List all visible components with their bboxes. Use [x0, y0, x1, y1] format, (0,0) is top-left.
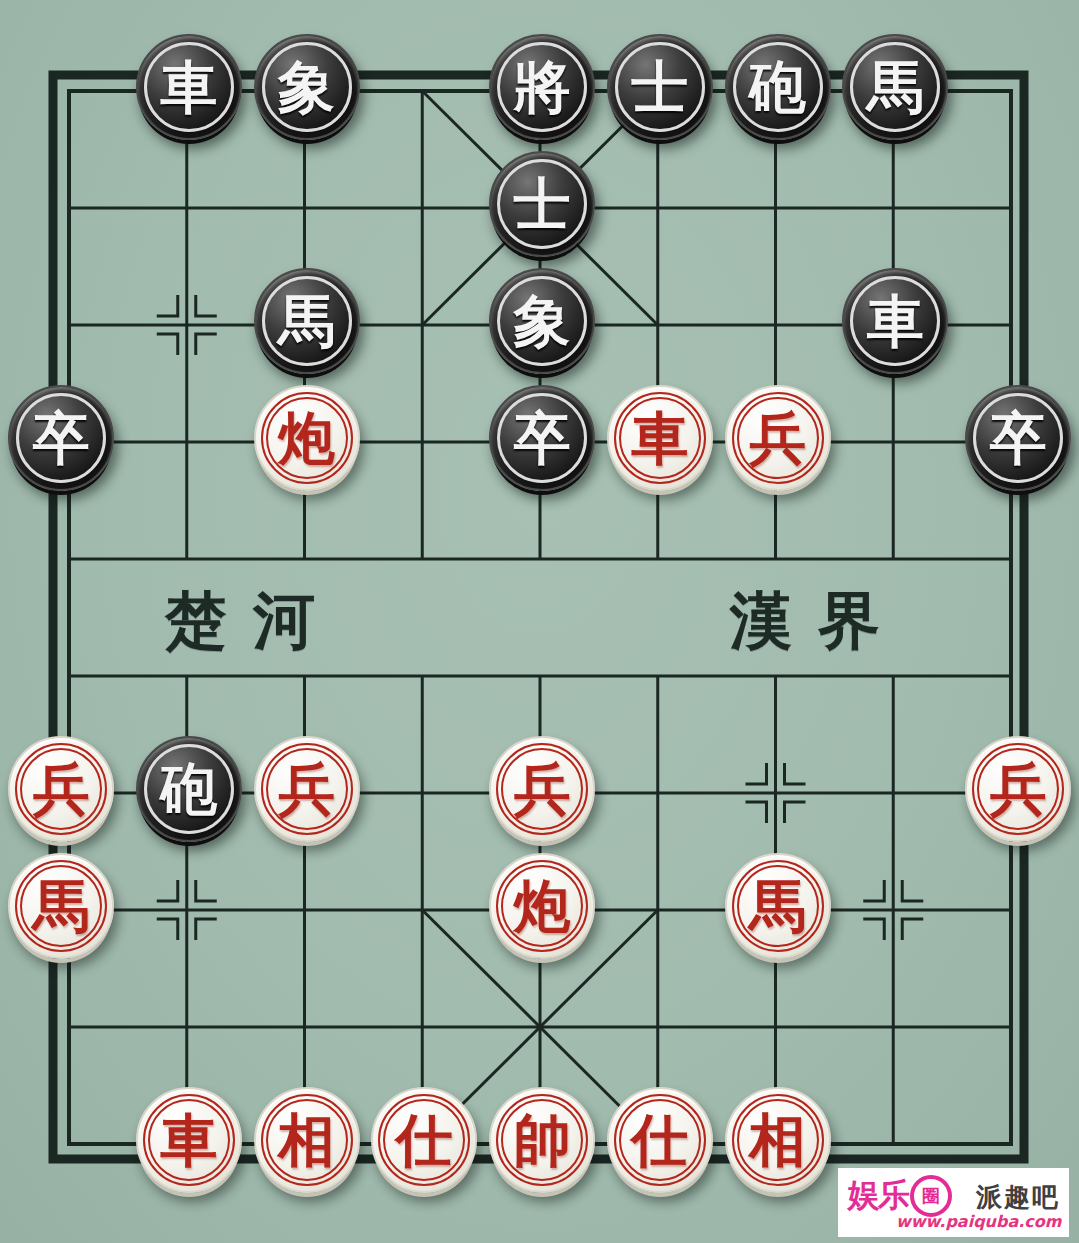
piece-black-horse[interactable]: 馬 [842, 34, 948, 140]
piece-black-advisor[interactable]: 士 [489, 151, 595, 257]
watermark-url: www.paiquba.com [896, 1212, 1061, 1231]
river-label-right: 漢界 [730, 579, 906, 663]
piece-black-soldier[interactable]: 卒 [8, 385, 114, 491]
piece-red-advisor[interactable]: 仕 [607, 1087, 713, 1193]
piece-black-soldier[interactable]: 卒 [489, 385, 595, 491]
piece-red-horse[interactable]: 馬 [8, 853, 114, 959]
piece-black-horse[interactable]: 馬 [254, 268, 360, 374]
piece-red-elephant[interactable]: 相 [725, 1087, 831, 1193]
piece-red-chariot[interactable]: 車 [607, 385, 713, 491]
piece-red-advisor[interactable]: 仕 [371, 1087, 477, 1193]
piece-red-soldier[interactable]: 兵 [8, 736, 114, 842]
piece-red-chariot[interactable]: 車 [136, 1087, 242, 1193]
piece-red-elephant[interactable]: 相 [254, 1087, 360, 1193]
piece-red-soldier[interactable]: 兵 [965, 736, 1071, 842]
piece-red-horse[interactable]: 馬 [725, 853, 831, 959]
piece-red-soldier[interactable]: 兵 [489, 736, 595, 842]
piece-black-chariot[interactable]: 車 [842, 268, 948, 374]
watermark-brand-circle-icon: 圈 [910, 1175, 952, 1217]
piece-black-soldier[interactable]: 卒 [965, 385, 1071, 491]
piece-black-cannon[interactable]: 砲 [725, 34, 831, 140]
piece-red-cannon[interactable]: 炮 [254, 385, 360, 491]
piece-red-general[interactable]: 帥 [489, 1087, 595, 1193]
piece-black-chariot[interactable]: 車 [136, 34, 242, 140]
piece-red-soldier[interactable]: 兵 [254, 736, 360, 842]
river-label-left: 楚河 [165, 579, 341, 663]
piece-red-cannon[interactable]: 炮 [489, 853, 595, 959]
piece-black-general[interactable]: 將 [489, 34, 595, 140]
piece-black-cannon[interactable]: 砲 [136, 736, 242, 842]
watermark-site-name: 派趣吧 [976, 1180, 1060, 1215]
piece-black-advisor[interactable]: 士 [607, 34, 713, 140]
xiangqi-board-screenshot: 楚河 漢界 車象將士砲馬士馬象車卒卒車兵卒炮兵砲兵兵兵馬炮馬車相仕帥仕相 娱乐 … [0, 0, 1079, 1243]
watermark-logo: 娱乐 圈 派趣吧 www.paiquba.com [838, 1168, 1069, 1237]
piece-black-elephant[interactable]: 象 [489, 268, 595, 374]
piece-black-elephant[interactable]: 象 [254, 34, 360, 140]
piece-red-soldier[interactable]: 兵 [725, 385, 831, 491]
